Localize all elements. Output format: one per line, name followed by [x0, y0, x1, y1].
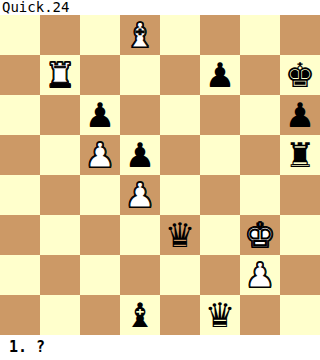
square-h7[interactable]: ♚︎: [280, 55, 320, 95]
square-e7[interactable]: [160, 55, 200, 95]
square-b6[interactable]: [40, 95, 80, 135]
white-king-g3[interactable]: ♚︎: [245, 215, 275, 255]
square-a5[interactable]: [0, 135, 40, 175]
black-pawn-d5[interactable]: ♟︎: [125, 135, 155, 175]
square-c3[interactable]: [80, 215, 120, 255]
square-e2[interactable]: [160, 255, 200, 295]
square-e1[interactable]: [160, 295, 200, 335]
chess-board: ♝︎♜︎♟︎♚︎♟︎♟︎♟︎♟︎♜︎♟︎♛︎♚︎♟︎♝︎♛︎: [0, 15, 320, 335]
square-d5[interactable]: ♟︎: [120, 135, 160, 175]
white-bishop-d8[interactable]: ♝︎: [125, 15, 155, 55]
square-b5[interactable]: [40, 135, 80, 175]
square-h1[interactable]: [280, 295, 320, 335]
square-b7[interactable]: ♜︎: [40, 55, 80, 95]
square-b8[interactable]: [40, 15, 80, 55]
square-f8[interactable]: [200, 15, 240, 55]
square-g3[interactable]: ♚︎: [240, 215, 280, 255]
square-h5[interactable]: ♜︎: [280, 135, 320, 175]
black-pawn-h6[interactable]: ♟︎: [285, 95, 315, 135]
square-g5[interactable]: [240, 135, 280, 175]
square-a3[interactable]: [0, 215, 40, 255]
square-b2[interactable]: [40, 255, 80, 295]
square-e4[interactable]: [160, 175, 200, 215]
square-a8[interactable]: [0, 15, 40, 55]
square-h6[interactable]: ♟︎: [280, 95, 320, 135]
puzzle-title: Quick.24: [2, 0, 69, 15]
white-rook-b7[interactable]: ♜︎: [45, 55, 75, 95]
square-f2[interactable]: [200, 255, 240, 295]
square-c7[interactable]: [80, 55, 120, 95]
square-e3[interactable]: ♛︎: [160, 215, 200, 255]
black-pawn-c6[interactable]: ♟︎: [85, 95, 115, 135]
square-d8[interactable]: ♝︎: [120, 15, 160, 55]
square-f3[interactable]: [200, 215, 240, 255]
chess-puzzle-page: Quick.24 ♝︎♜︎♟︎♚︎♟︎♟︎♟︎♟︎♜︎♟︎♛︎♚︎♟︎♝︎♛︎ …: [0, 0, 320, 360]
square-e8[interactable]: [160, 15, 200, 55]
square-h2[interactable]: [280, 255, 320, 295]
white-pawn-c5[interactable]: ♟︎: [85, 135, 115, 175]
square-a2[interactable]: [0, 255, 40, 295]
square-f7[interactable]: ♟︎: [200, 55, 240, 95]
square-f5[interactable]: [200, 135, 240, 175]
square-b4[interactable]: [40, 175, 80, 215]
square-d4[interactable]: ♟︎: [120, 175, 160, 215]
square-e5[interactable]: [160, 135, 200, 175]
square-c6[interactable]: ♟︎: [80, 95, 120, 135]
square-c5[interactable]: ♟︎: [80, 135, 120, 175]
square-a4[interactable]: [0, 175, 40, 215]
black-queen-f1[interactable]: ♛︎: [205, 295, 235, 335]
square-c2[interactable]: [80, 255, 120, 295]
square-g6[interactable]: [240, 95, 280, 135]
square-e6[interactable]: [160, 95, 200, 135]
square-d2[interactable]: [120, 255, 160, 295]
square-h8[interactable]: [280, 15, 320, 55]
black-bishop-d1[interactable]: ♝︎: [125, 295, 155, 335]
square-c4[interactable]: [80, 175, 120, 215]
square-d1[interactable]: ♝︎: [120, 295, 160, 335]
square-g4[interactable]: [240, 175, 280, 215]
white-pawn-g2[interactable]: ♟︎: [245, 255, 275, 295]
square-f4[interactable]: [200, 175, 240, 215]
square-c1[interactable]: [80, 295, 120, 335]
square-a1[interactable]: [0, 295, 40, 335]
black-pawn-f7[interactable]: ♟︎: [205, 55, 235, 95]
square-h3[interactable]: [280, 215, 320, 255]
square-a6[interactable]: [0, 95, 40, 135]
square-d7[interactable]: [120, 55, 160, 95]
square-f1[interactable]: ♛︎: [200, 295, 240, 335]
square-h4[interactable]: [280, 175, 320, 215]
square-g2[interactable]: ♟︎: [240, 255, 280, 295]
square-d6[interactable]: [120, 95, 160, 135]
move-prompt: 1. ?: [9, 338, 45, 356]
square-g7[interactable]: [240, 55, 280, 95]
square-g8[interactable]: [240, 15, 280, 55]
square-b3[interactable]: [40, 215, 80, 255]
square-c8[interactable]: [80, 15, 120, 55]
white-pawn-d4[interactable]: ♟︎: [125, 175, 155, 215]
black-queen-e3[interactable]: ♛︎: [165, 215, 195, 255]
square-a7[interactable]: [0, 55, 40, 95]
square-b1[interactable]: [40, 295, 80, 335]
black-king-h7[interactable]: ♚︎: [285, 55, 315, 95]
black-rook-h5[interactable]: ♜︎: [285, 135, 315, 175]
square-f6[interactable]: [200, 95, 240, 135]
square-g1[interactable]: [240, 295, 280, 335]
square-d3[interactable]: [120, 215, 160, 255]
